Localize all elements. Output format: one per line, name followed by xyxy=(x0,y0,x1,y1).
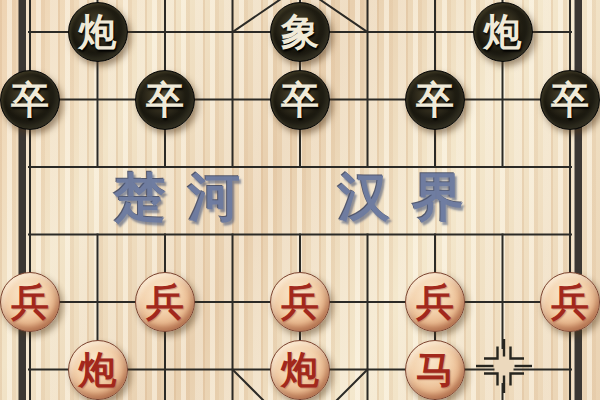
xiangqi-board: 楚河 汉界 炮象炮卒卒卒卒卒兵兵兵兵兵炮炮马 xyxy=(0,0,600,400)
crosshair-cursor xyxy=(0,0,600,400)
